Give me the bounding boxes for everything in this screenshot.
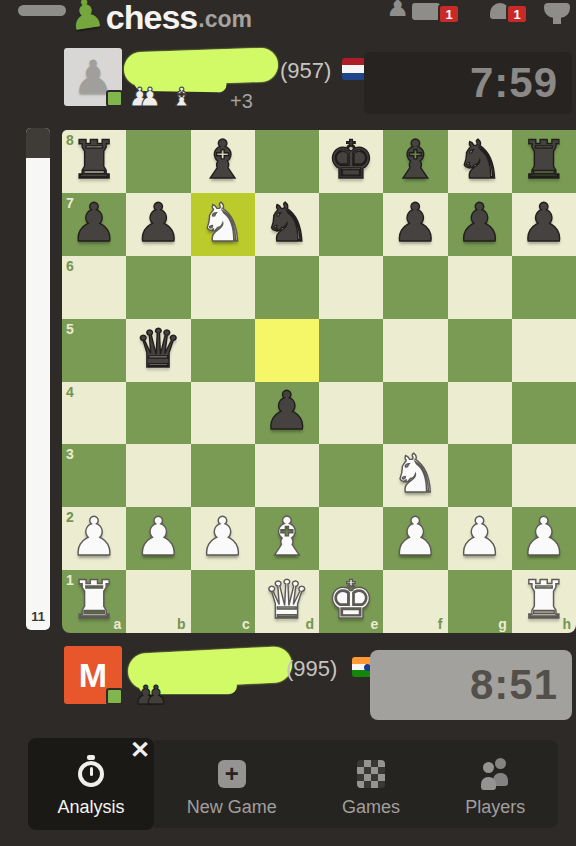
eval-value: 11 (26, 609, 50, 624)
square-c1[interactable]: c (191, 570, 255, 633)
piece-black-king[interactable]: ♚ (327, 133, 375, 186)
piece-black-pawn[interactable]: ♟ (70, 196, 118, 249)
square-e5[interactable] (319, 319, 383, 382)
square-c8[interactable]: ♝ (191, 130, 255, 193)
square-h1[interactable]: h♜ (512, 570, 576, 633)
piece-white-pawn[interactable]: ♟ (70, 510, 118, 563)
square-a5[interactable]: 5 (62, 319, 126, 382)
square-h5[interactable] (512, 319, 576, 382)
square-c6[interactable] (191, 256, 255, 319)
brand-name: chess (106, 0, 197, 34)
piece-white-pawn[interactable]: ♟ (456, 510, 504, 563)
bottom-nav-panel: + New Game Games Players (154, 740, 558, 828)
square-g2[interactable]: ♟ (448, 507, 512, 570)
brand-logo[interactable]: ♟ chess .com (68, 0, 252, 34)
square-h7[interactable]: ♟ (512, 193, 576, 256)
file-label: h (562, 617, 571, 631)
square-a6[interactable]: 6 (62, 256, 126, 319)
piece-black-queen[interactable]: ♛ (135, 322, 183, 375)
square-d8[interactable] (255, 130, 319, 193)
square-b4[interactable] (126, 382, 190, 445)
square-d4[interactable]: ♟ (255, 382, 319, 445)
square-b6[interactable] (126, 256, 190, 319)
square-f7[interactable]: ♟ (383, 193, 447, 256)
piece-black-pawn[interactable]: ♟ (392, 196, 440, 249)
captured-pawn: ♟ (144, 682, 167, 708)
piece-white-knight[interactable]: ♞ (392, 447, 440, 500)
captured-bishop: ♝ (170, 84, 193, 110)
rank-label: 3 (66, 447, 74, 461)
piece-white-pawn[interactable]: ♟ (392, 510, 440, 563)
square-e8[interactable]: ♚ (319, 130, 383, 193)
players-people-icon (478, 760, 512, 788)
bottom-player-clock: 8:51 (370, 650, 572, 720)
top-player-online-badge (106, 90, 123, 107)
square-a1[interactable]: 1a♜ (62, 570, 126, 633)
square-b2[interactable]: ♟ (126, 507, 190, 570)
players-label: Players (465, 797, 525, 818)
top-player-name-redacted (123, 47, 278, 86)
square-b8[interactable] (126, 130, 190, 193)
app-screen: ♟ chess .com ♟ 1 1 ♟ (957) ♟♟♝ +3 7:59 1… (0, 0, 576, 846)
piece-black-knight[interactable]: ♞ (456, 133, 504, 186)
brand-tld: .com (198, 6, 252, 34)
square-b1[interactable]: b (126, 570, 190, 633)
square-a7[interactable]: 7♟ (62, 193, 126, 256)
bottom-player-row: M (995) ♟♟ 8:51 (0, 644, 576, 716)
square-d3[interactable] (255, 444, 319, 507)
square-g7[interactable]: ♟ (448, 193, 512, 256)
tab-games[interactable]: Games (342, 760, 400, 818)
square-f1[interactable]: f (383, 570, 447, 633)
square-d5[interactable] (255, 319, 319, 382)
piece-white-knight[interactable]: ♞ (199, 196, 247, 249)
square-g8[interactable]: ♞ (448, 130, 512, 193)
top-app-bar: ♟ chess .com ♟ 1 1 (0, 0, 576, 36)
captured-pawn: ♟ (138, 84, 161, 110)
piece-black-pawn[interactable]: ♟ (520, 196, 568, 249)
square-h3[interactable] (512, 444, 576, 507)
square-g6[interactable] (448, 256, 512, 319)
square-f4[interactable] (383, 382, 447, 445)
piece-white-queen[interactable]: ♛ (263, 573, 311, 626)
file-label: e (370, 617, 378, 631)
rank-label: 6 (66, 259, 74, 273)
square-e2[interactable] (319, 507, 383, 570)
piece-black-bishop[interactable]: ♝ (199, 133, 247, 186)
eval-bar-black (26, 128, 50, 158)
chess-board[interactable]: 8♜♝♚♝♞♜7♟♟♞♞♟♟♟65♛4♟3♞2♟♟♟♝♟♟♟1a♜bcd♛e♚f… (62, 130, 576, 633)
square-c2[interactable]: ♟ (191, 507, 255, 570)
rank-label: 7 (66, 196, 74, 210)
rank-label: 2 (66, 510, 74, 524)
top-player-clock: 7:59 (364, 52, 572, 114)
square-e6[interactable] (319, 256, 383, 319)
square-d2[interactable]: ♝ (255, 507, 319, 570)
new-game-plus-icon: + (218, 760, 246, 788)
friends-pawn-icon[interactable]: ♟ (386, 0, 409, 20)
file-label: c (242, 617, 250, 631)
square-h6[interactable] (512, 256, 576, 319)
messages-icon[interactable] (412, 0, 440, 20)
piece-black-pawn[interactable]: ♟ (456, 196, 504, 249)
top-player-row: ♟ (957) ♟♟♝ +3 7:59 (0, 46, 576, 118)
piece-white-king[interactable]: ♚ (327, 573, 375, 626)
square-a4[interactable]: 4 (62, 382, 126, 445)
file-label: f (438, 617, 443, 631)
bottom-player-rating: (995) (286, 656, 337, 682)
square-f2[interactable]: ♟ (383, 507, 447, 570)
piece-black-pawn[interactable]: ♟ (263, 384, 311, 437)
square-c7[interactable]: ♞ (191, 193, 255, 256)
square-a2[interactable]: 2♟ (62, 507, 126, 570)
rank-label: 1 (66, 573, 74, 587)
file-label: a (113, 617, 121, 631)
piece-black-pawn[interactable]: ♟ (135, 196, 183, 249)
square-a3[interactable]: 3 (62, 444, 126, 507)
square-e4[interactable] (319, 382, 383, 445)
eval-bar: 11 (26, 128, 50, 630)
alerts-badge: 1 (506, 4, 528, 24)
piece-black-rook[interactable]: ♜ (70, 133, 118, 186)
analysis-label: Analysis (57, 797, 124, 818)
square-h4[interactable] (512, 382, 576, 445)
square-c3[interactable] (191, 444, 255, 507)
games-board-icon (357, 760, 385, 788)
rank-label: 5 (66, 322, 74, 336)
piece-white-pawn[interactable]: ♟ (520, 510, 568, 563)
square-c5[interactable] (191, 319, 255, 382)
square-d7[interactable]: ♞ (255, 193, 319, 256)
square-e1[interactable]: e♚ (319, 570, 383, 633)
bottom-player-online-badge (106, 688, 123, 705)
rank-label: 8 (66, 133, 74, 147)
square-g3[interactable] (448, 444, 512, 507)
rank-label: 4 (66, 385, 74, 399)
games-label: Games (342, 797, 400, 818)
piece-black-bishop[interactable]: ♝ (392, 133, 440, 186)
square-f3[interactable]: ♞ (383, 444, 447, 507)
square-g5[interactable] (448, 319, 512, 382)
square-a8[interactable]: 8♜ (62, 130, 126, 193)
square-b5[interactable]: ♛ (126, 319, 190, 382)
file-label: b (177, 617, 186, 631)
square-f6[interactable] (383, 256, 447, 319)
bottom-player-captured-pieces: ♟♟ (134, 682, 168, 708)
piece-white-pawn[interactable]: ♟ (199, 510, 247, 563)
square-b3[interactable] (126, 444, 190, 507)
file-label: d (305, 617, 314, 631)
brand-pawn-icon: ♟ (65, 0, 107, 37)
tab-new-game[interactable]: + New Game (187, 760, 277, 818)
square-e7[interactable] (319, 193, 383, 256)
square-f8[interactable]: ♝ (383, 130, 447, 193)
analysis-stopwatch-icon (76, 755, 106, 789)
trophy-icon[interactable] (544, 0, 570, 18)
file-label: g (498, 617, 507, 631)
square-e3[interactable] (319, 444, 383, 507)
square-h2[interactable]: ♟ (512, 507, 576, 570)
piece-black-rook[interactable]: ♜ (520, 133, 568, 186)
piece-white-rook[interactable]: ♜ (520, 573, 568, 626)
top-player-material-advantage: +3 (230, 90, 253, 113)
square-h8[interactable]: ♜ (512, 130, 576, 193)
square-g1[interactable]: g (448, 570, 512, 633)
hamburger-menu-icon[interactable] (18, 5, 66, 16)
piece-black-knight[interactable]: ♞ (263, 196, 311, 249)
square-d6[interactable] (255, 256, 319, 319)
messages-badge: 1 (438, 4, 460, 24)
top-player-captured-pieces: ♟♟♝ (128, 84, 193, 110)
avatar-letter: M (79, 656, 107, 695)
piece-white-pawn[interactable]: ♟ (135, 510, 183, 563)
square-c4[interactable] (191, 382, 255, 445)
square-g4[interactable] (448, 382, 512, 445)
square-b7[interactable]: ♟ (126, 193, 190, 256)
top-player-rating: (957) (280, 58, 331, 84)
square-d1[interactable]: d♛ (255, 570, 319, 633)
piece-white-rook[interactable]: ♜ (70, 573, 118, 626)
close-icon[interactable]: ✕ (130, 738, 150, 762)
new-game-label: New Game (187, 797, 277, 818)
square-f5[interactable] (383, 319, 447, 382)
piece-white-bishop[interactable]: ♝ (263, 510, 311, 563)
tab-players[interactable]: Players (465, 760, 525, 818)
